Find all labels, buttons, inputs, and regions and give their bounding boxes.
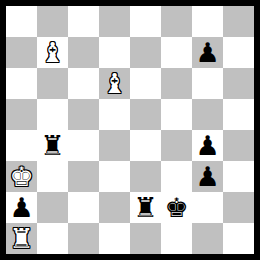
square-b2[interactable] [37,192,68,223]
square-h1[interactable] [223,223,254,254]
square-g1[interactable] [192,223,223,254]
square-g2[interactable] [192,192,223,223]
square-e4[interactable] [130,130,161,161]
piece-black-pawn[interactable]: ♟ [9,192,33,223]
square-c8[interactable] [68,6,99,37]
square-d4[interactable] [99,130,130,161]
square-d8[interactable] [99,6,130,37]
piece-black-king[interactable]: ♚ [164,192,188,223]
piece-white-king[interactable]: ♚ [9,161,33,192]
square-d6[interactable]: ♝ [99,68,130,99]
square-b4[interactable]: ♜ [37,130,68,161]
square-h7[interactable] [223,37,254,68]
square-a1[interactable]: ♜ [6,223,37,254]
square-c6[interactable] [68,68,99,99]
square-a3[interactable]: ♚ [6,161,37,192]
square-e3[interactable] [130,161,161,192]
square-b8[interactable] [37,6,68,37]
square-c5[interactable] [68,99,99,130]
square-c7[interactable] [68,37,99,68]
chess-board: ♝♟♝♜♟♚♟♟♜♚♜ [6,6,254,254]
square-f2[interactable]: ♚ [161,192,192,223]
square-g6[interactable] [192,68,223,99]
piece-black-rook[interactable]: ♜ [133,192,157,223]
square-e8[interactable] [130,6,161,37]
square-a5[interactable] [6,99,37,130]
square-e7[interactable] [130,37,161,68]
square-h6[interactable] [223,68,254,99]
piece-white-bishop[interactable]: ♝ [102,68,126,99]
square-e1[interactable] [130,223,161,254]
square-h5[interactable] [223,99,254,130]
square-e6[interactable] [130,68,161,99]
piece-black-pawn[interactable]: ♟ [195,161,219,192]
square-d2[interactable] [99,192,130,223]
square-c4[interactable] [68,130,99,161]
square-a8[interactable] [6,6,37,37]
square-c3[interactable] [68,161,99,192]
square-g3[interactable]: ♟ [192,161,223,192]
square-g5[interactable] [192,99,223,130]
square-d3[interactable] [99,161,130,192]
square-h4[interactable] [223,130,254,161]
square-b7[interactable]: ♝ [37,37,68,68]
square-h2[interactable] [223,192,254,223]
square-a4[interactable] [6,130,37,161]
square-b3[interactable] [37,161,68,192]
board-frame: ♝♟♝♜♟♚♟♟♜♚♜ [0,0,260,260]
square-b6[interactable] [37,68,68,99]
piece-black-rook[interactable]: ♜ [40,130,64,161]
square-g4[interactable]: ♟ [192,130,223,161]
square-e5[interactable] [130,99,161,130]
square-h8[interactable] [223,6,254,37]
square-d7[interactable] [99,37,130,68]
square-c2[interactable] [68,192,99,223]
square-f3[interactable] [161,161,192,192]
square-g7[interactable]: ♟ [192,37,223,68]
square-f7[interactable] [161,37,192,68]
square-a7[interactable] [6,37,37,68]
square-e2[interactable]: ♜ [130,192,161,223]
square-b1[interactable] [37,223,68,254]
piece-white-rook[interactable]: ♜ [9,223,33,254]
piece-black-pawn[interactable]: ♟ [195,130,219,161]
square-g8[interactable] [192,6,223,37]
square-f6[interactable] [161,68,192,99]
square-a2[interactable]: ♟ [6,192,37,223]
square-d1[interactable] [99,223,130,254]
square-f4[interactable] [161,130,192,161]
square-c1[interactable] [68,223,99,254]
square-d5[interactable] [99,99,130,130]
square-f8[interactable] [161,6,192,37]
square-f1[interactable] [161,223,192,254]
piece-white-bishop[interactable]: ♝ [40,37,64,68]
square-h3[interactable] [223,161,254,192]
piece-black-pawn[interactable]: ♟ [195,37,219,68]
square-f5[interactable] [161,99,192,130]
square-b5[interactable] [37,99,68,130]
square-a6[interactable] [6,68,37,99]
